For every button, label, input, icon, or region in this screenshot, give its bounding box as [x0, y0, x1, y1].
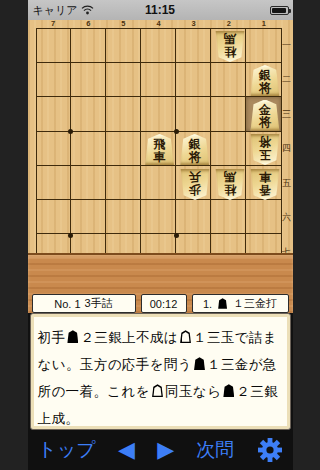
board-cell[interactable] — [71, 132, 106, 166]
board-cell[interactable] — [176, 63, 211, 97]
problem-number-box: No. 1 3手詰 — [32, 294, 136, 313]
timer-value: 00:12 — [150, 298, 178, 310]
board-cell[interactable] — [141, 200, 176, 234]
clock: 11:15 — [28, 3, 293, 17]
sente-marker-icon — [67, 330, 78, 343]
board-cell[interactable] — [246, 29, 281, 63]
board-cell[interactable] — [106, 200, 141, 234]
file-label: 5 — [106, 20, 141, 28]
star-point — [174, 129, 179, 134]
board-cell[interactable] — [37, 132, 72, 166]
file-label: 6 — [71, 20, 106, 28]
board-cell[interactable] — [246, 200, 281, 234]
board-cell[interactable] — [71, 97, 106, 131]
forward-arrow-button[interactable]: ▶ — [157, 439, 174, 461]
board-cell[interactable] — [176, 200, 211, 234]
shogi-piece-ginsho[interactable]: 銀将 — [250, 65, 280, 96]
board-cell[interactable] — [71, 200, 106, 234]
app-screen: キャリア 11:15 7654321 一二三四五六七 桂馬銀将金将飛車銀将玉将歩… — [28, 0, 293, 470]
board-cell[interactable] — [211, 200, 246, 234]
gote-marker-icon — [152, 384, 163, 397]
rank-label: 五 — [281, 166, 293, 201]
shogi-piece-ginsho[interactable]: 銀将 — [180, 134, 210, 165]
file-label: 1 — [246, 20, 281, 28]
star-point — [68, 233, 73, 238]
shogi-piece-fuhyo[interactable]: 歩兵 — [180, 169, 210, 200]
board-cell[interactable] — [106, 132, 141, 166]
rank-label: 六 — [281, 201, 293, 236]
top-button[interactable]: トップ — [38, 437, 96, 463]
shogi-piece-hisha[interactable]: 飛車 — [145, 134, 175, 165]
sente-marker-icon — [223, 384, 234, 397]
board-cell[interactable] — [211, 63, 246, 97]
shogi-piece-kinsho[interactable]: 金将 — [250, 100, 280, 131]
board-cell[interactable] — [71, 63, 106, 97]
problem-number: No. 1 — [54, 298, 80, 310]
rank-label: 四 — [281, 132, 293, 167]
status-bar: キャリア 11:15 — [28, 0, 293, 20]
rank-label: 二 — [281, 63, 293, 98]
board-cell[interactable] — [176, 97, 211, 131]
board-cell[interactable] — [141, 97, 176, 131]
settings-gear-button[interactable] — [257, 437, 283, 463]
star-point — [174, 233, 179, 238]
shogi-piece-kyosha[interactable]: 香車 — [250, 169, 280, 200]
back-arrow-button[interactable]: ◀ — [118, 439, 135, 461]
board-cell[interactable] — [141, 63, 176, 97]
file-label: 7 — [36, 20, 71, 28]
board-cell[interactable] — [106, 166, 141, 200]
gear-icon — [257, 437, 283, 463]
gote-marker-icon — [180, 330, 191, 343]
board-cell[interactable] — [37, 97, 72, 131]
file-label: 3 — [176, 20, 211, 28]
sente-marker-icon — [194, 357, 205, 370]
file-labels: 7654321 — [36, 20, 282, 28]
commentary-panel[interactable]: 初手２三銀上不成は１三玉で詰まない。玉方の応手を問う１三金が急所の一着。これを同… — [30, 313, 291, 430]
shogi-piece-gyokusho[interactable]: 玉将 — [250, 134, 280, 165]
board-cell[interactable] — [37, 166, 72, 200]
board-cell[interactable] — [141, 29, 176, 63]
board-cell[interactable] — [37, 63, 72, 97]
move-display-box: 1. １三金打 — [192, 294, 289, 313]
board-cell[interactable] — [141, 166, 176, 200]
board-cell[interactable] — [211, 97, 246, 131]
board-cell[interactable] — [176, 29, 211, 63]
board-cell[interactable] — [106, 63, 141, 97]
board-cell[interactable] — [37, 29, 72, 63]
file-label: 4 — [141, 20, 176, 28]
problem-type: 3手詰 — [85, 296, 113, 311]
timer-box: 00:12 — [141, 294, 187, 313]
board-cell[interactable] — [71, 29, 106, 63]
bottom-toolbar: トップ ◀ ▶ 次問 — [28, 430, 293, 470]
sente-marker-icon — [218, 298, 227, 308]
shogi-board: 7654321 一二三四五六七 桂馬銀将金将飛車銀将玉将歩兵桂馬香車 — [28, 20, 293, 290]
rank-label: 一 — [281, 28, 293, 63]
board-cell[interactable] — [106, 97, 141, 131]
star-point — [68, 129, 73, 134]
file-label: 2 — [211, 20, 246, 28]
rank-label: 三 — [281, 97, 293, 132]
board-cell[interactable] — [71, 166, 106, 200]
shogi-piece-keima[interactable]: 桂馬 — [215, 169, 245, 200]
shogi-piece-keima[interactable]: 桂馬 — [215, 31, 245, 62]
next-problem-button[interactable]: 次問 — [196, 437, 234, 463]
board-cell[interactable] — [37, 200, 72, 234]
info-bar: No. 1 3手詰 00:12 1. １三金打 — [28, 294, 293, 313]
battery-icon — [270, 6, 289, 15]
board-tray: No. 1 3手詰 00:12 1. １三金打 — [28, 253, 293, 313]
rank-labels: 一二三四五六七 — [281, 28, 293, 270]
board-cell[interactable] — [211, 132, 246, 166]
board-cell[interactable] — [106, 29, 141, 63]
